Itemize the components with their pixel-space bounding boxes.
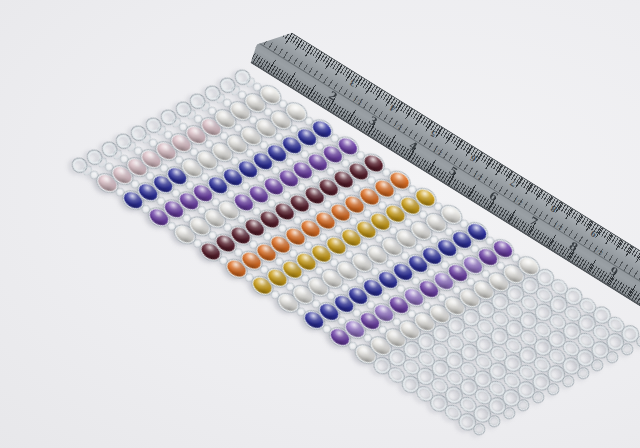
photo-scene: 21/231/241/251/261/271/281/293456789	[0, 0, 640, 448]
